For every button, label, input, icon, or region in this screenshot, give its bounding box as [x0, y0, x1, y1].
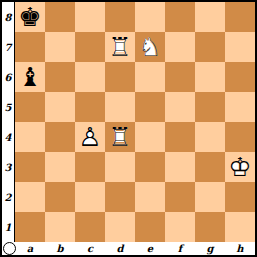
- square-g5[interactable]: [195, 92, 225, 122]
- square-h3[interactable]: ♚♔: [225, 152, 255, 182]
- square-g7[interactable]: [195, 32, 225, 62]
- white-rook-d4[interactable]: ♜♖: [105, 122, 135, 152]
- square-c7[interactable]: [75, 32, 105, 62]
- rank-label-1: 1: [2, 212, 14, 242]
- square-e6[interactable]: [135, 62, 165, 92]
- square-h2[interactable]: [225, 182, 255, 212]
- square-c1[interactable]: [75, 212, 105, 242]
- black-bishop-glyph: ♝: [15, 62, 45, 92]
- square-d2[interactable]: [105, 182, 135, 212]
- square-f3[interactable]: [165, 152, 195, 182]
- rank-label-6: 6: [2, 62, 14, 92]
- square-a8[interactable]: ♚: [15, 2, 45, 32]
- square-h4[interactable]: [225, 122, 255, 152]
- square-e5[interactable]: [135, 92, 165, 122]
- square-b1[interactable]: [45, 212, 75, 242]
- square-h6[interactable]: [225, 62, 255, 92]
- white-pawn-glyph: ♙: [75, 122, 105, 152]
- square-c8[interactable]: [75, 2, 105, 32]
- square-b8[interactable]: [45, 2, 75, 32]
- square-g1[interactable]: [195, 212, 225, 242]
- square-f7[interactable]: [165, 32, 195, 62]
- square-h7[interactable]: [225, 32, 255, 62]
- square-g8[interactable]: [195, 2, 225, 32]
- rank-label-7: 7: [2, 32, 14, 62]
- white-king-h3[interactable]: ♚♔: [225, 152, 255, 182]
- square-e8[interactable]: [135, 2, 165, 32]
- rank-label-5: 5: [2, 92, 14, 122]
- black-king-a8[interactable]: ♚: [15, 2, 45, 32]
- square-g2[interactable]: [195, 182, 225, 212]
- square-b4[interactable]: [45, 122, 75, 152]
- white-rook-d7[interactable]: ♜♖: [105, 32, 135, 62]
- square-c6[interactable]: [75, 62, 105, 92]
- square-f8[interactable]: [165, 2, 195, 32]
- square-b7[interactable]: [45, 32, 75, 62]
- square-f5[interactable]: [165, 92, 195, 122]
- square-f4[interactable]: [165, 122, 195, 152]
- square-g3[interactable]: [195, 152, 225, 182]
- square-a3[interactable]: [15, 152, 45, 182]
- square-b5[interactable]: [45, 92, 75, 122]
- white-knight-e7[interactable]: ♞♘: [135, 32, 165, 62]
- square-b3[interactable]: [45, 152, 75, 182]
- white-rook-glyph: ♖: [105, 122, 135, 152]
- rank-label-8: 8: [2, 2, 14, 32]
- square-f1[interactable]: [165, 212, 195, 242]
- square-g6[interactable]: [195, 62, 225, 92]
- square-a1[interactable]: [15, 212, 45, 242]
- white-pawn-c4[interactable]: ♟♙: [75, 122, 105, 152]
- square-h5[interactable]: [225, 92, 255, 122]
- file-label-a: a: [15, 242, 45, 255]
- square-a7[interactable]: [15, 32, 45, 62]
- square-e4[interactable]: [135, 122, 165, 152]
- square-c4[interactable]: ♟♙: [75, 122, 105, 152]
- rank-label-4: 4: [2, 122, 14, 152]
- rank-labels: 87654321: [2, 2, 14, 242]
- square-e7[interactable]: ♞♘: [135, 32, 165, 62]
- file-label-f: f: [165, 242, 195, 255]
- square-h8[interactable]: [225, 2, 255, 32]
- file-label-h: h: [225, 242, 255, 255]
- white-king-glyph: ♔: [225, 152, 255, 182]
- square-d3[interactable]: [105, 152, 135, 182]
- file-label-g: g: [195, 242, 225, 255]
- file-label-b: b: [45, 242, 75, 255]
- square-e1[interactable]: [135, 212, 165, 242]
- square-e2[interactable]: [135, 182, 165, 212]
- chess-board: ♚♜♖♞♘♝♟♙♜♖♚♔: [14, 2, 255, 242]
- rank-label-3: 3: [2, 152, 14, 182]
- white-rook-glyph: ♖: [105, 32, 135, 62]
- square-d1[interactable]: [105, 212, 135, 242]
- black-bishop-a6[interactable]: ♝: [15, 62, 45, 92]
- black-king-glyph: ♚: [15, 2, 45, 32]
- square-d6[interactable]: [105, 62, 135, 92]
- file-label-d: d: [105, 242, 135, 255]
- square-e3[interactable]: [135, 152, 165, 182]
- rank-label-2: 2: [2, 182, 14, 212]
- white-to-move-indicator: [3, 242, 16, 255]
- square-c3[interactable]: [75, 152, 105, 182]
- square-b2[interactable]: [45, 182, 75, 212]
- square-f2[interactable]: [165, 182, 195, 212]
- square-d4[interactable]: ♜♖: [105, 122, 135, 152]
- square-h1[interactable]: [225, 212, 255, 242]
- square-c5[interactable]: [75, 92, 105, 122]
- square-f6[interactable]: [165, 62, 195, 92]
- square-d5[interactable]: [105, 92, 135, 122]
- square-a5[interactable]: [15, 92, 45, 122]
- file-label-e: e: [135, 242, 165, 255]
- chess-diagram: 87654321 ♚♜♖♞♘♝♟♙♜♖♚♔ abcdefgh: [0, 0, 257, 257]
- square-d8[interactable]: [105, 2, 135, 32]
- square-a2[interactable]: [15, 182, 45, 212]
- square-d7[interactable]: ♜♖: [105, 32, 135, 62]
- file-labels: abcdefgh: [15, 242, 255, 255]
- square-a6[interactable]: ♝: [15, 62, 45, 92]
- square-b6[interactable]: [45, 62, 75, 92]
- square-g4[interactable]: [195, 122, 225, 152]
- white-knight-glyph: ♘: [135, 32, 165, 62]
- file-label-c: c: [75, 242, 105, 255]
- square-c2[interactable]: [75, 182, 105, 212]
- square-a4[interactable]: [15, 122, 45, 152]
